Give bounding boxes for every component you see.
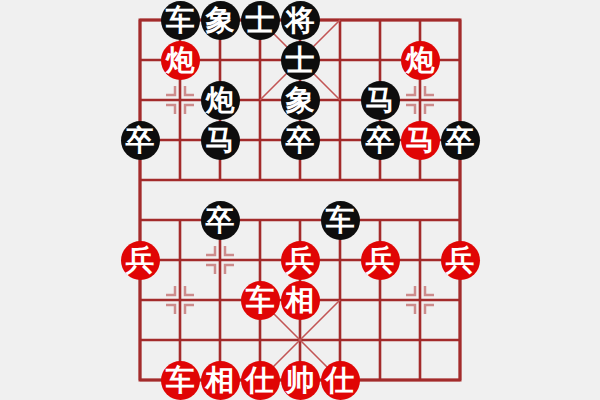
black-cannon[interactable]: 炮: [201, 81, 240, 120]
red-advisor[interactable]: 仕: [241, 361, 280, 400]
red-cannon[interactable]: 炮: [161, 41, 200, 80]
black-horse[interactable]: 马: [361, 81, 400, 120]
black-elephant[interactable]: 象: [201, 1, 240, 40]
black-advisor[interactable]: 士: [241, 1, 280, 40]
red-chariot[interactable]: 车: [161, 361, 200, 400]
black-soldier[interactable]: 卒: [121, 121, 160, 160]
xiangqi-board[interactable]: 车象士将士炮炮炮象马卒马卒卒马卒卒车兵兵兵兵车相车相仕帅仕: [0, 0, 600, 400]
red-advisor[interactable]: 仕: [321, 361, 360, 400]
black-soldier[interactable]: 卒: [201, 201, 240, 240]
red-soldier[interactable]: 兵: [361, 241, 400, 280]
red-elephant[interactable]: 相: [281, 281, 320, 320]
black-horse[interactable]: 马: [201, 121, 240, 160]
black-general[interactable]: 将: [281, 1, 320, 40]
red-elephant[interactable]: 相: [201, 361, 240, 400]
black-advisor[interactable]: 士: [281, 41, 320, 80]
black-elephant[interactable]: 象: [281, 81, 320, 120]
black-soldier[interactable]: 卒: [361, 121, 400, 160]
red-horse[interactable]: 马: [401, 121, 440, 160]
black-chariot[interactable]: 车: [321, 201, 360, 240]
black-chariot[interactable]: 车: [161, 1, 200, 40]
red-soldier[interactable]: 兵: [121, 241, 160, 280]
red-soldier[interactable]: 兵: [441, 241, 480, 280]
black-soldier[interactable]: 卒: [281, 121, 320, 160]
red-cannon[interactable]: 炮: [401, 41, 440, 80]
red-soldier[interactable]: 兵: [281, 241, 320, 280]
red-chariot[interactable]: 车: [241, 281, 280, 320]
red-general[interactable]: 帅: [281, 361, 320, 400]
black-soldier[interactable]: 卒: [441, 121, 480, 160]
